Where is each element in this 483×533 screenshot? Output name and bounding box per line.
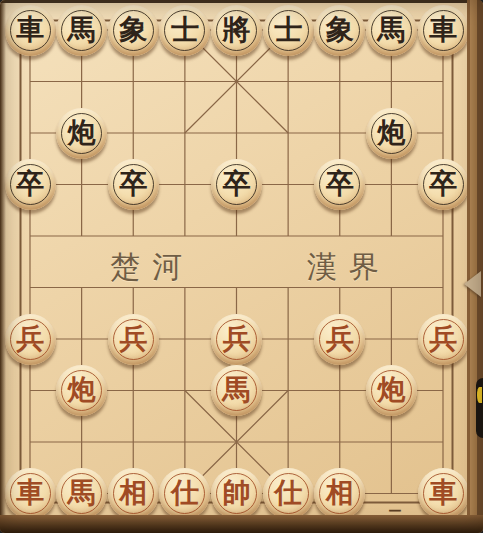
piece-black-pawn[interactable]: 卒 xyxy=(211,159,262,210)
board-point: 馬 xyxy=(56,4,108,56)
piece-black-horse[interactable]: 馬 xyxy=(56,5,107,56)
board-point: 車 xyxy=(417,4,469,56)
piece-glyph: 馬 xyxy=(68,467,96,518)
piece-glyph: 仕 xyxy=(171,467,199,518)
board-point: 卒 xyxy=(314,159,366,211)
board-point: 仕 xyxy=(159,468,211,520)
board-point: 兵 xyxy=(211,313,263,365)
piece-red-cannon[interactable]: 炮 xyxy=(56,365,107,416)
piece-red-chariot[interactable]: 車 xyxy=(5,468,56,519)
piece-glyph: 卒 xyxy=(326,158,354,209)
piece-red-advisor[interactable]: 仕 xyxy=(263,468,314,519)
piece-glyph: 車 xyxy=(429,467,457,518)
piece-glyph: 士 xyxy=(274,4,302,55)
piece-glyph: 馬 xyxy=(377,4,405,55)
piece-glyph: 象 xyxy=(119,4,147,55)
piece-red-horse[interactable]: 馬 xyxy=(211,365,262,416)
board-point: 炮 xyxy=(56,107,108,159)
frame-edge-left xyxy=(0,0,6,533)
piece-red-pawn[interactable]: 兵 xyxy=(5,314,56,365)
board-point: 將 xyxy=(211,4,263,56)
piece-glyph: 炮 xyxy=(68,364,96,415)
board-point: 象 xyxy=(107,4,159,56)
board-point: 馬 xyxy=(366,4,418,56)
piece-glyph: 車 xyxy=(429,4,457,55)
piece-black-horse[interactable]: 馬 xyxy=(366,5,417,56)
board-point: 炮 xyxy=(56,365,108,417)
piece-black-elephant[interactable]: 象 xyxy=(314,5,365,56)
piece-glyph: 兵 xyxy=(429,313,457,364)
board-point: 卒 xyxy=(4,159,56,211)
piece-red-horse[interactable]: 馬 xyxy=(56,468,107,519)
piece-black-elephant[interactable]: 象 xyxy=(108,5,159,56)
piece-glyph: 卒 xyxy=(223,158,251,209)
piece-glyph: 兵 xyxy=(223,313,251,364)
piece-glyph: 兵 xyxy=(119,313,147,364)
piece-glyph: 馬 xyxy=(223,364,251,415)
board-point: 馬 xyxy=(211,365,263,417)
piece-black-chariot[interactable]: 車 xyxy=(5,5,56,56)
piece-black-chariot[interactable]: 車 xyxy=(418,5,469,56)
drawer-arrow-icon[interactable] xyxy=(464,271,481,297)
piece-black-cannon[interactable]: 炮 xyxy=(366,108,417,159)
piece-black-advisor[interactable]: 士 xyxy=(159,5,210,56)
piece-glyph: 相 xyxy=(119,467,147,518)
board-point: 卒 xyxy=(211,159,263,211)
piece-glyph: 炮 xyxy=(377,364,405,415)
board-point: 帥 xyxy=(211,468,263,520)
board-point: 仕 xyxy=(262,468,314,520)
piece-red-pawn[interactable]: 兵 xyxy=(418,314,469,365)
frame-band-right xyxy=(470,0,477,533)
piece-glyph: 兵 xyxy=(16,313,44,364)
piece-red-elephant[interactable]: 相 xyxy=(314,468,365,519)
board-point: 車 xyxy=(4,4,56,56)
edge-cutoff-spark xyxy=(477,387,482,403)
frame-edge-right xyxy=(477,0,483,533)
piece-red-chariot[interactable]: 車 xyxy=(418,468,469,519)
piece-glyph: 馬 xyxy=(68,4,96,55)
piece-red-cannon[interactable]: 炮 xyxy=(366,365,417,416)
board-point: 車 xyxy=(4,468,56,520)
piece-red-pawn[interactable]: 兵 xyxy=(211,314,262,365)
piece-black-pawn[interactable]: 卒 xyxy=(5,159,56,210)
piece-black-cannon[interactable]: 炮 xyxy=(56,108,107,159)
board-point: 象 xyxy=(314,4,366,56)
piece-black-general[interactable]: 將 xyxy=(211,5,262,56)
piece-black-pawn[interactable]: 卒 xyxy=(314,159,365,210)
board-point: 炮 xyxy=(366,365,418,417)
piece-glyph: 象 xyxy=(326,4,354,55)
piece-glyph: 卒 xyxy=(16,158,44,209)
piece-black-pawn[interactable]: 卒 xyxy=(108,159,159,210)
piece-glyph: 帥 xyxy=(223,467,251,518)
frame-edge-bottom xyxy=(0,515,483,533)
piece-red-general[interactable]: 帥 xyxy=(211,468,262,519)
board-point: 士 xyxy=(262,4,314,56)
piece-glyph: 炮 xyxy=(68,107,96,158)
edge-cutoff-object-icon xyxy=(476,378,483,438)
board-point: 士 xyxy=(159,4,211,56)
piece-glyph: 仕 xyxy=(274,467,302,518)
piece-red-pawn[interactable]: 兵 xyxy=(108,314,159,365)
piece-glyph: 相 xyxy=(326,467,354,518)
board-point: 炮 xyxy=(366,107,418,159)
piece-black-pawn[interactable]: 卒 xyxy=(418,159,469,210)
piece-glyph: 卒 xyxy=(429,158,457,209)
board-point: 卒 xyxy=(107,159,159,211)
board-point: 兵 xyxy=(417,313,469,365)
piece-glyph: 士 xyxy=(171,4,199,55)
board-point: 車 xyxy=(417,468,469,520)
piece-glyph: 車 xyxy=(16,4,44,55)
piece-glyph: 卒 xyxy=(119,158,147,209)
board-point: 兵 xyxy=(314,313,366,365)
piece-glyph: 炮 xyxy=(377,107,405,158)
board-point: 卒 xyxy=(417,159,469,211)
piece-glyph: 車 xyxy=(16,467,44,518)
piece-glyph: 兵 xyxy=(326,313,354,364)
board-point: 兵 xyxy=(4,313,56,365)
piece-glyph: 將 xyxy=(223,4,251,55)
frame-edge-top xyxy=(0,0,483,3)
board-grid: 車馬象士將士象馬車炮炮卒卒卒卒卒兵兵兵兵兵炮馬炮車馬相仕帥仕相車 xyxy=(4,4,469,519)
xiangqi-board: 楚河 漢界 二 車馬象士將士象馬車炮炮卒卒卒卒卒兵兵兵兵兵炮馬炮車馬相仕帥仕相車 xyxy=(0,0,483,533)
piece-red-pawn[interactable]: 兵 xyxy=(314,314,365,365)
board-point: 兵 xyxy=(107,313,159,365)
board-point: 相 xyxy=(107,468,159,520)
piece-red-advisor[interactable]: 仕 xyxy=(159,468,210,519)
board-point: 相 xyxy=(314,468,366,520)
board-point: 馬 xyxy=(56,468,108,520)
piece-red-elephant[interactable]: 相 xyxy=(108,468,159,519)
piece-black-advisor[interactable]: 士 xyxy=(263,5,314,56)
